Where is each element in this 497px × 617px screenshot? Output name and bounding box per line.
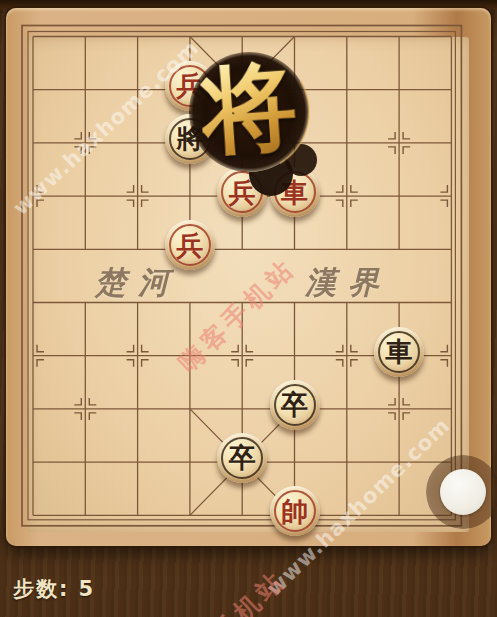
piece-red-soldier[interactable]: 兵 bbox=[165, 220, 215, 270]
step-counter: 步数:5 bbox=[13, 575, 93, 603]
step-counter-label: 步数: bbox=[13, 577, 69, 601]
piece-black-soldier[interactable]: 卒 bbox=[270, 380, 320, 430]
piece-glyph: 卒 bbox=[270, 380, 320, 430]
piece-black-chariot[interactable]: 車 bbox=[374, 327, 424, 377]
watermark: 嗨客手机站 bbox=[162, 542, 314, 617]
piece-red-soldier[interactable]: 兵 bbox=[217, 167, 267, 217]
piece-red-general[interactable]: 帥 bbox=[270, 486, 320, 536]
piece-glyph: 兵 bbox=[217, 167, 267, 217]
piece-red-chariot[interactable]: 車 bbox=[270, 167, 320, 217]
assistive-touch-icon bbox=[440, 469, 486, 515]
assistive-touch-button[interactable] bbox=[426, 455, 497, 529]
game-screen: 楚河 漢界 兵將兵車兵車卒卒帥 将 www.haxhome.com 嗨客手机站 … bbox=[0, 0, 497, 617]
piece-black-soldier[interactable]: 卒 bbox=[217, 433, 267, 483]
piece-glyph: 卒 bbox=[217, 433, 267, 483]
piece-glyph: 帥 bbox=[270, 486, 320, 536]
piece-glyph: 車 bbox=[270, 167, 320, 217]
step-counter-value: 5 bbox=[78, 577, 93, 601]
piece-glyph: 車 bbox=[374, 327, 424, 377]
check-stamp-character: 将 bbox=[198, 57, 300, 159]
piece-glyph: 兵 bbox=[165, 220, 215, 270]
check-stamp: 将 bbox=[189, 52, 309, 172]
